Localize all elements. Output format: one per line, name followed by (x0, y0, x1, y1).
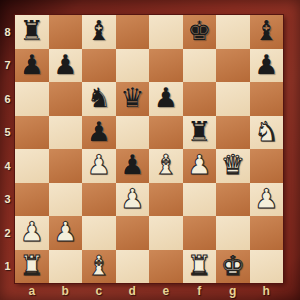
piece-white-rook[interactable]: ♜ (20, 252, 44, 279)
square-b4[interactable] (49, 149, 83, 183)
square-h5[interactable]: ♞ (250, 116, 284, 150)
file-label-d: d (116, 283, 150, 299)
square-b8[interactable] (49, 15, 83, 49)
chess-board-diagram: ♜♝♚♝♟♟♟♞♛♟♟♜♞♟♟♝♟♛♟♟♟♟♜♝♜♚ 87654321 abcd… (0, 0, 300, 300)
rank-label-1: 1 (0, 250, 15, 284)
square-g3[interactable] (216, 183, 250, 217)
square-b3[interactable] (49, 183, 83, 217)
square-f1[interactable]: ♜ (183, 250, 217, 284)
square-g8[interactable] (216, 15, 250, 49)
square-a5[interactable] (15, 116, 49, 150)
file-label-a: a (15, 283, 49, 299)
square-e2[interactable] (149, 216, 183, 250)
square-a4[interactable] (15, 149, 49, 183)
square-h8[interactable]: ♝ (250, 15, 284, 49)
square-c7[interactable] (82, 49, 116, 83)
file-label-h: h (250, 283, 284, 299)
square-g2[interactable] (216, 216, 250, 250)
piece-white-pawn[interactable]: ♟ (20, 218, 44, 245)
square-d7[interactable] (116, 49, 150, 83)
rank-label-7: 7 (0, 49, 15, 83)
square-a8[interactable]: ♜ (15, 15, 49, 49)
square-f4[interactable]: ♟ (183, 149, 217, 183)
square-f5[interactable]: ♜ (183, 116, 217, 150)
piece-black-pawn[interactable]: ♟ (254, 51, 278, 78)
square-e4[interactable]: ♝ (149, 149, 183, 183)
file-label-g: g (216, 283, 250, 299)
piece-black-pawn[interactable]: ♟ (20, 51, 44, 78)
square-e3[interactable] (149, 183, 183, 217)
square-a1[interactable]: ♜ (15, 250, 49, 284)
square-g7[interactable] (216, 49, 250, 83)
square-d5[interactable] (116, 116, 150, 150)
rank-label-4: 4 (0, 149, 15, 183)
square-d2[interactable] (116, 216, 150, 250)
square-c5[interactable]: ♟ (82, 116, 116, 150)
piece-black-rook[interactable]: ♜ (187, 118, 211, 145)
square-h1[interactable] (250, 250, 284, 284)
square-c4[interactable]: ♟ (82, 149, 116, 183)
square-c2[interactable] (82, 216, 116, 250)
piece-black-bishop[interactable]: ♝ (87, 17, 111, 44)
square-h4[interactable] (250, 149, 284, 183)
file-label-e: e (149, 283, 183, 299)
piece-white-queen[interactable]: ♛ (221, 151, 245, 178)
rank-label-3: 3 (0, 183, 15, 217)
square-e8[interactable] (149, 15, 183, 49)
square-a6[interactable] (15, 82, 49, 116)
piece-white-pawn[interactable]: ♟ (254, 185, 278, 212)
square-b5[interactable] (49, 116, 83, 150)
square-a3[interactable] (15, 183, 49, 217)
square-b7[interactable]: ♟ (49, 49, 83, 83)
square-a2[interactable]: ♟ (15, 216, 49, 250)
square-a7[interactable]: ♟ (15, 49, 49, 83)
square-d1[interactable] (116, 250, 150, 284)
file-label-f: f (183, 283, 217, 299)
piece-white-pawn[interactable]: ♟ (120, 185, 144, 212)
rank-label-8: 8 (0, 15, 15, 49)
square-f7[interactable] (183, 49, 217, 83)
square-f6[interactable] (183, 82, 217, 116)
file-coordinates: abcdefgh (15, 283, 283, 300)
square-d8[interactable] (116, 15, 150, 49)
square-f3[interactable] (183, 183, 217, 217)
rank-label-6: 6 (0, 82, 15, 116)
square-f8[interactable]: ♚ (183, 15, 217, 49)
square-h7[interactable]: ♟ (250, 49, 284, 83)
square-c6[interactable]: ♞ (82, 82, 116, 116)
piece-white-pawn[interactable]: ♟ (53, 218, 77, 245)
piece-white-rook[interactable]: ♜ (187, 252, 211, 279)
square-b6[interactable] (49, 82, 83, 116)
rank-label-2: 2 (0, 216, 15, 250)
square-d6[interactable]: ♛ (116, 82, 150, 116)
piece-black-pawn[interactable]: ♟ (120, 151, 144, 178)
square-g5[interactable] (216, 116, 250, 150)
square-e6[interactable]: ♟ (149, 82, 183, 116)
rank-label-5: 5 (0, 116, 15, 150)
piece-white-bishop[interactable]: ♝ (87, 252, 111, 279)
square-g6[interactable] (216, 82, 250, 116)
piece-black-pawn[interactable]: ♟ (87, 118, 111, 145)
square-c3[interactable] (82, 183, 116, 217)
square-g1[interactable]: ♚ (216, 250, 250, 284)
square-c8[interactable]: ♝ (82, 15, 116, 49)
file-label-b: b (49, 283, 83, 299)
piece-black-queen[interactable]: ♛ (120, 84, 144, 111)
square-f2[interactable] (183, 216, 217, 250)
square-h6[interactable] (250, 82, 284, 116)
square-b1[interactable] (49, 250, 83, 284)
file-label-c: c (82, 283, 116, 299)
square-e5[interactable] (149, 116, 183, 150)
piece-white-pawn[interactable]: ♟ (87, 151, 111, 178)
square-h2[interactable] (250, 216, 284, 250)
rank-coordinates: 87654321 (0, 15, 15, 283)
piece-white-pawn[interactable]: ♟ (187, 151, 211, 178)
piece-black-pawn[interactable]: ♟ (53, 51, 77, 78)
piece-black-bishop[interactable]: ♝ (254, 17, 278, 44)
square-d4[interactable]: ♟ (116, 149, 150, 183)
chess-board: ♜♝♚♝♟♟♟♞♛♟♟♜♞♟♟♝♟♛♟♟♟♟♜♝♜♚ (15, 15, 283, 283)
square-e1[interactable] (149, 250, 183, 284)
piece-white-king[interactable]: ♚ (221, 252, 245, 279)
square-d3[interactable]: ♟ (116, 183, 150, 217)
square-h3[interactable]: ♟ (250, 183, 284, 217)
piece-black-rook[interactable]: ♜ (20, 17, 44, 44)
square-g4[interactable]: ♛ (216, 149, 250, 183)
piece-white-bishop[interactable]: ♝ (154, 151, 178, 178)
square-e7[interactable] (149, 49, 183, 83)
piece-black-king[interactable]: ♚ (187, 17, 211, 44)
piece-black-pawn[interactable]: ♟ (154, 84, 178, 111)
square-c1[interactable]: ♝ (82, 250, 116, 284)
piece-black-knight[interactable]: ♞ (87, 84, 111, 111)
piece-white-knight[interactable]: ♞ (254, 118, 278, 145)
square-b2[interactable]: ♟ (49, 216, 83, 250)
